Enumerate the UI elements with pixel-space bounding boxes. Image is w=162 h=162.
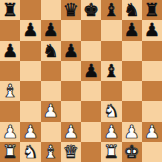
- square-e6[interactable]: [81, 41, 101, 61]
- piece-white-knight[interactable]: ♞: [103, 102, 119, 120]
- piece-white-pawn[interactable]: ♟: [124, 122, 140, 140]
- square-h7[interactable]: ♟: [142, 20, 162, 40]
- chess-board: ♜♛♚♝♞♜♟♟♟♟♟♞♟♟♝♝♟♞♟♟♟♟♟♟♜♞♝♛♜♚: [0, 0, 162, 162]
- piece-white-queen[interactable]: ♛: [63, 142, 79, 160]
- piece-white-king[interactable]: ♚: [124, 142, 140, 160]
- piece-white-rook[interactable]: ♜: [2, 142, 18, 160]
- square-g2[interactable]: ♟: [122, 122, 142, 142]
- square-c2[interactable]: [41, 122, 61, 142]
- square-e8[interactable]: ♚: [81, 0, 101, 20]
- piece-black-pawn[interactable]: ♟: [43, 21, 59, 39]
- square-f4[interactable]: [101, 81, 121, 101]
- piece-black-pawn[interactable]: ♟: [22, 21, 38, 39]
- square-c8[interactable]: [41, 0, 61, 20]
- square-h4[interactable]: [142, 81, 162, 101]
- square-d6[interactable]: ♟: [61, 41, 81, 61]
- square-c4[interactable]: [41, 81, 61, 101]
- square-b8[interactable]: [20, 0, 40, 20]
- square-f5[interactable]: ♝: [101, 61, 121, 81]
- piece-white-pawn[interactable]: ♟: [103, 122, 119, 140]
- square-g1[interactable]: ♚: [122, 142, 142, 162]
- square-f8[interactable]: ♝: [101, 0, 121, 20]
- square-c6[interactable]: ♞: [41, 41, 61, 61]
- piece-white-pawn[interactable]: ♟: [22, 122, 38, 140]
- square-g6[interactable]: [122, 41, 142, 61]
- square-h3[interactable]: [142, 101, 162, 121]
- piece-white-pawn[interactable]: ♟: [43, 102, 59, 120]
- square-h5[interactable]: [142, 61, 162, 81]
- square-e5[interactable]: ♟: [81, 61, 101, 81]
- square-f3[interactable]: ♞: [101, 101, 121, 121]
- square-e7[interactable]: [81, 20, 101, 40]
- piece-black-pawn[interactable]: ♟: [63, 41, 79, 59]
- square-c3[interactable]: ♟: [41, 101, 61, 121]
- square-b3[interactable]: [20, 101, 40, 121]
- square-d7[interactable]: [61, 20, 81, 40]
- square-g7[interactable]: ♟: [122, 20, 142, 40]
- square-f6[interactable]: [101, 41, 121, 61]
- piece-black-pawn[interactable]: ♟: [144, 21, 160, 39]
- square-c1[interactable]: ♝: [41, 142, 61, 162]
- square-c7[interactable]: ♟: [41, 20, 61, 40]
- piece-black-rook[interactable]: ♜: [144, 1, 160, 19]
- square-e2[interactable]: [81, 122, 101, 142]
- piece-black-bishop[interactable]: ♝: [103, 61, 119, 79]
- piece-black-pawn[interactable]: ♟: [124, 21, 140, 39]
- square-f2[interactable]: ♟: [101, 122, 121, 142]
- square-a8[interactable]: ♜: [0, 0, 20, 20]
- piece-black-king[interactable]: ♚: [83, 1, 99, 19]
- piece-white-bishop[interactable]: ♝: [43, 142, 59, 160]
- piece-black-bishop[interactable]: ♝: [103, 1, 119, 19]
- piece-white-pawn[interactable]: ♟: [144, 122, 160, 140]
- square-h6[interactable]: [142, 41, 162, 61]
- piece-black-pawn[interactable]: ♟: [2, 41, 18, 59]
- piece-white-knight[interactable]: ♞: [22, 142, 38, 160]
- square-g3[interactable]: [122, 101, 142, 121]
- square-e4[interactable]: [81, 81, 101, 101]
- piece-white-bishop[interactable]: ♝: [2, 82, 18, 100]
- piece-white-rook[interactable]: ♜: [103, 142, 119, 160]
- square-g4[interactable]: [122, 81, 142, 101]
- square-b4[interactable]: [20, 81, 40, 101]
- square-e1[interactable]: [81, 142, 101, 162]
- square-d3[interactable]: [61, 101, 81, 121]
- square-b2[interactable]: ♟: [20, 122, 40, 142]
- piece-black-queen[interactable]: ♛: [63, 1, 79, 19]
- square-d5[interactable]: [61, 61, 81, 81]
- square-d8[interactable]: ♛: [61, 0, 81, 20]
- square-h1[interactable]: [142, 142, 162, 162]
- piece-black-knight[interactable]: ♞: [124, 1, 140, 19]
- square-a2[interactable]: ♟: [0, 122, 20, 142]
- piece-white-pawn[interactable]: ♟: [63, 122, 79, 140]
- piece-black-rook[interactable]: ♜: [2, 1, 18, 19]
- square-e3[interactable]: [81, 101, 101, 121]
- square-a6[interactable]: ♟: [0, 41, 20, 61]
- square-d1[interactable]: ♛: [61, 142, 81, 162]
- square-a3[interactable]: [0, 101, 20, 121]
- square-a7[interactable]: [0, 20, 20, 40]
- square-d4[interactable]: [61, 81, 81, 101]
- square-c5[interactable]: [41, 61, 61, 81]
- square-g5[interactable]: [122, 61, 142, 81]
- square-b5[interactable]: [20, 61, 40, 81]
- square-a1[interactable]: ♜: [0, 142, 20, 162]
- square-b7[interactable]: ♟: [20, 20, 40, 40]
- square-a4[interactable]: ♝: [0, 81, 20, 101]
- square-h8[interactable]: ♜: [142, 0, 162, 20]
- piece-white-pawn[interactable]: ♟: [2, 122, 18, 140]
- square-h2[interactable]: ♟: [142, 122, 162, 142]
- piece-black-pawn[interactable]: ♟: [83, 61, 99, 79]
- square-a5[interactable]: [0, 61, 20, 81]
- square-f7[interactable]: [101, 20, 121, 40]
- square-b1[interactable]: ♞: [20, 142, 40, 162]
- square-g8[interactable]: ♞: [122, 0, 142, 20]
- square-b6[interactable]: [20, 41, 40, 61]
- piece-black-knight[interactable]: ♞: [43, 41, 59, 59]
- square-f1[interactable]: ♜: [101, 142, 121, 162]
- square-d2[interactable]: ♟: [61, 122, 81, 142]
